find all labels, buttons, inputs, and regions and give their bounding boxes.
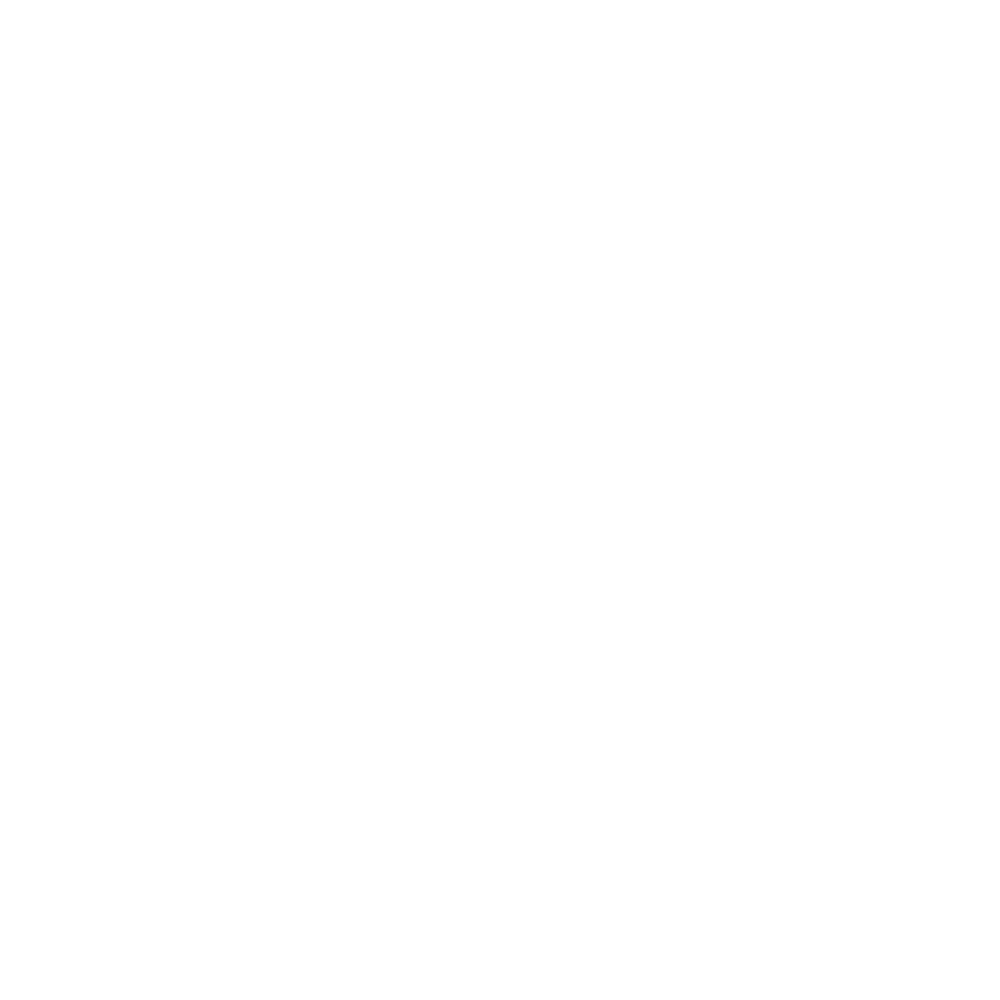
product-photo-chess-set [0,0,1000,1000]
board-svg [0,0,1000,1000]
